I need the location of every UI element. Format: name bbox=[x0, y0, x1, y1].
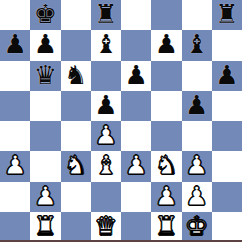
square-b7[interactable]: ♟ bbox=[30, 30, 60, 60]
piece-white-queen[interactable]: ♛ bbox=[94, 213, 117, 239]
piece-black-pawn[interactable]: ♟ bbox=[124, 62, 147, 88]
piece-black-knight[interactable]: ♞ bbox=[64, 62, 87, 88]
square-b1[interactable]: ♜ bbox=[30, 212, 60, 242]
square-h7[interactable] bbox=[212, 30, 242, 60]
square-g1[interactable]: ♚ bbox=[182, 212, 212, 242]
piece-white-knight[interactable]: ♞ bbox=[64, 152, 87, 178]
square-c8[interactable] bbox=[61, 0, 91, 30]
piece-black-pawn[interactable]: ♟ bbox=[94, 92, 117, 118]
piece-black-rook[interactable]: ♜ bbox=[94, 1, 117, 27]
piece-white-pawn[interactable]: ♟ bbox=[34, 183, 57, 209]
square-g2[interactable]: ♟ bbox=[182, 182, 212, 212]
square-d8[interactable]: ♜ bbox=[91, 0, 121, 30]
square-d5[interactable]: ♟ bbox=[91, 91, 121, 121]
square-h4[interactable] bbox=[212, 121, 242, 151]
piece-white-pawn[interactable]: ♟ bbox=[3, 152, 26, 178]
square-e1[interactable] bbox=[121, 212, 151, 242]
square-b4[interactable] bbox=[30, 121, 60, 151]
square-a7[interactable]: ♟ bbox=[0, 30, 30, 60]
square-c2[interactable] bbox=[61, 182, 91, 212]
square-g3[interactable]: ♟ bbox=[182, 151, 212, 181]
piece-white-pawn[interactable]: ♟ bbox=[124, 152, 147, 178]
square-d1[interactable]: ♛ bbox=[91, 212, 121, 242]
square-c4[interactable] bbox=[61, 121, 91, 151]
square-h2[interactable] bbox=[212, 182, 242, 212]
square-a2[interactable] bbox=[0, 182, 30, 212]
piece-black-rook[interactable]: ♜ bbox=[215, 1, 238, 27]
square-b6[interactable]: ♛ bbox=[30, 61, 60, 91]
square-c3[interactable]: ♞ bbox=[61, 151, 91, 181]
piece-black-pawn[interactable]: ♟ bbox=[185, 92, 208, 118]
piece-black-queen[interactable]: ♛ bbox=[34, 62, 57, 88]
square-e5[interactable] bbox=[121, 91, 151, 121]
square-g7[interactable]: ♝ bbox=[182, 30, 212, 60]
square-e8[interactable] bbox=[121, 0, 151, 30]
square-f1[interactable]: ♜ bbox=[151, 212, 181, 242]
square-d3[interactable]: ♝ bbox=[91, 151, 121, 181]
square-f8[interactable] bbox=[151, 0, 181, 30]
square-e3[interactable]: ♟ bbox=[121, 151, 151, 181]
piece-white-rook[interactable]: ♜ bbox=[155, 213, 178, 239]
piece-black-pawn[interactable]: ♟ bbox=[3, 31, 26, 57]
piece-white-pawn[interactable]: ♟ bbox=[185, 152, 208, 178]
square-b2[interactable]: ♟ bbox=[30, 182, 60, 212]
square-c5[interactable] bbox=[61, 91, 91, 121]
square-a6[interactable] bbox=[0, 61, 30, 91]
square-b5[interactable] bbox=[30, 91, 60, 121]
square-d6[interactable] bbox=[91, 61, 121, 91]
square-h1[interactable] bbox=[212, 212, 242, 242]
square-a5[interactable] bbox=[0, 91, 30, 121]
square-f2[interactable]: ♟ bbox=[151, 182, 181, 212]
piece-black-king[interactable]: ♚ bbox=[34, 1, 57, 27]
square-h3[interactable] bbox=[212, 151, 242, 181]
square-d4[interactable]: ♟ bbox=[91, 121, 121, 151]
piece-white-pawn[interactable]: ♟ bbox=[185, 183, 208, 209]
piece-black-bishop[interactable]: ♝ bbox=[185, 31, 208, 57]
square-a1[interactable] bbox=[0, 212, 30, 242]
chess-board-container: ♚♜♜♟♟♝♟♝♛♞♟♟♟♟♟♟♞♝♟♞♟♟♟♟♜♛♜♚ bbox=[0, 0, 242, 242]
square-f6[interactable] bbox=[151, 61, 181, 91]
square-g8[interactable] bbox=[182, 0, 212, 30]
square-d2[interactable] bbox=[91, 182, 121, 212]
piece-white-knight[interactable]: ♞ bbox=[155, 152, 178, 178]
square-h6[interactable]: ♟ bbox=[212, 61, 242, 91]
square-a3[interactable]: ♟ bbox=[0, 151, 30, 181]
piece-black-pawn[interactable]: ♟ bbox=[215, 62, 238, 88]
piece-white-rook[interactable]: ♜ bbox=[34, 213, 57, 239]
square-g6[interactable] bbox=[182, 61, 212, 91]
piece-black-bishop[interactable]: ♝ bbox=[94, 31, 117, 57]
piece-white-pawn[interactable]: ♟ bbox=[94, 122, 117, 148]
square-b8[interactable]: ♚ bbox=[30, 0, 60, 30]
piece-black-pawn[interactable]: ♟ bbox=[34, 31, 57, 57]
piece-white-pawn[interactable]: ♟ bbox=[155, 183, 178, 209]
square-f3[interactable]: ♞ bbox=[151, 151, 181, 181]
square-c6[interactable]: ♞ bbox=[61, 61, 91, 91]
piece-white-king[interactable]: ♚ bbox=[185, 213, 208, 239]
square-e7[interactable] bbox=[121, 30, 151, 60]
piece-white-bishop[interactable]: ♝ bbox=[94, 152, 117, 178]
square-f5[interactable] bbox=[151, 91, 181, 121]
square-e6[interactable]: ♟ bbox=[121, 61, 151, 91]
chess-board: ♚♜♜♟♟♝♟♝♛♞♟♟♟♟♟♟♞♝♟♞♟♟♟♟♜♛♜♚ bbox=[0, 0, 242, 242]
square-b3[interactable] bbox=[30, 151, 60, 181]
piece-black-pawn[interactable]: ♟ bbox=[155, 31, 178, 57]
square-g5[interactable]: ♟ bbox=[182, 91, 212, 121]
square-h5[interactable] bbox=[212, 91, 242, 121]
square-e4[interactable] bbox=[121, 121, 151, 151]
square-f7[interactable]: ♟ bbox=[151, 30, 181, 60]
square-f4[interactable] bbox=[151, 121, 181, 151]
square-d7[interactable]: ♝ bbox=[91, 30, 121, 60]
square-c7[interactable] bbox=[61, 30, 91, 60]
square-g4[interactable] bbox=[182, 121, 212, 151]
square-a8[interactable] bbox=[0, 0, 30, 30]
square-c1[interactable] bbox=[61, 212, 91, 242]
square-a4[interactable] bbox=[0, 121, 30, 151]
square-e2[interactable] bbox=[121, 182, 151, 212]
square-h8[interactable]: ♜ bbox=[212, 0, 242, 30]
